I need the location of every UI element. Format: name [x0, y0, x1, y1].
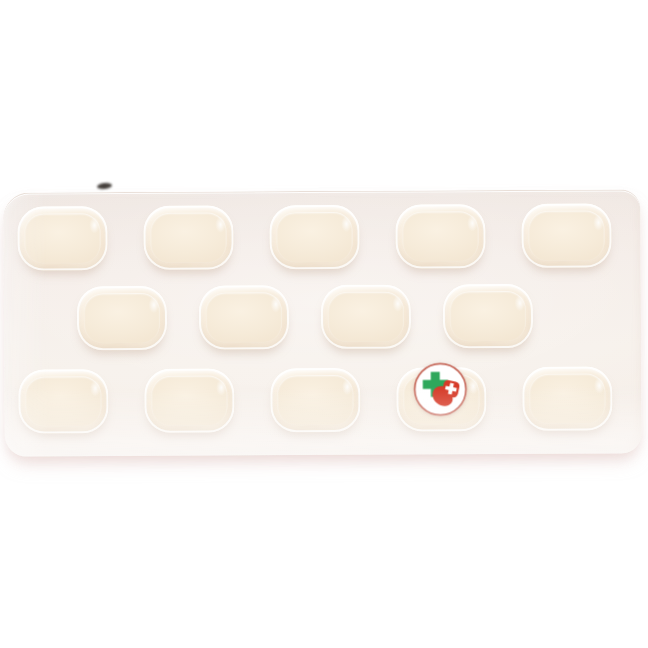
- pill-blister: [443, 284, 533, 348]
- pill-blister: [321, 285, 411, 349]
- pharmacy-cross-logo: [413, 362, 467, 416]
- pill-blister: [17, 206, 107, 270]
- pill-blister: [18, 369, 108, 433]
- pill-blister: [395, 204, 485, 268]
- pill-blister: [269, 205, 359, 269]
- product-photo: [0, 0, 648, 648]
- pill-blister: [270, 368, 360, 432]
- pill-blister: [144, 368, 234, 432]
- pill-blister: [77, 286, 167, 350]
- dark-speck: [97, 182, 113, 190]
- pill-blister: [199, 285, 289, 349]
- pill-blister: [522, 366, 612, 430]
- blister-pack: [3, 189, 641, 456]
- pill-blister: [521, 203, 611, 267]
- pill-blister: [143, 205, 233, 269]
- pill-grid: [3, 190, 641, 456]
